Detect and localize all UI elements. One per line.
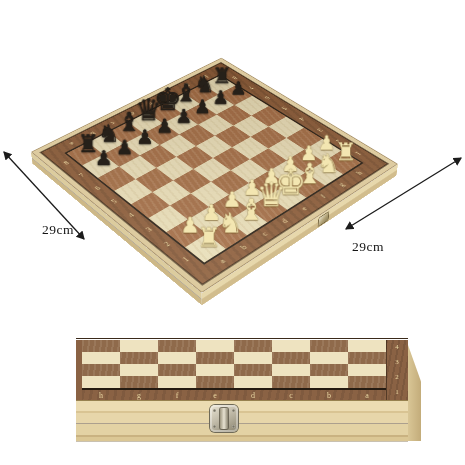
folded-rank-label-3: 3 bbox=[395, 359, 399, 366]
folded-box-front bbox=[76, 400, 408, 441]
dimension-label-right: 29cm bbox=[352, 239, 384, 255]
folded-square bbox=[272, 376, 310, 388]
folded-square bbox=[310, 364, 348, 376]
folded-square bbox=[120, 352, 158, 364]
folded-square bbox=[272, 352, 310, 364]
folded-board-squares bbox=[82, 340, 386, 388]
dimension-label-left: 29cm bbox=[42, 222, 74, 238]
folded-square bbox=[158, 352, 196, 364]
folded-square bbox=[82, 340, 120, 352]
folded-square bbox=[196, 340, 234, 352]
folded-square bbox=[348, 376, 386, 388]
folded-square bbox=[158, 364, 196, 376]
folded-square bbox=[310, 376, 348, 388]
folded-square bbox=[82, 364, 120, 376]
folded-square bbox=[158, 340, 196, 352]
folded-square bbox=[120, 364, 158, 376]
folded-square bbox=[196, 352, 234, 364]
folded-square bbox=[234, 376, 272, 388]
folded-rank-label-1: 1 bbox=[395, 389, 399, 396]
folded-square bbox=[348, 364, 386, 376]
folded-square bbox=[82, 376, 120, 388]
folded-square bbox=[272, 364, 310, 376]
folded-square bbox=[82, 352, 120, 364]
folded-square bbox=[196, 364, 234, 376]
folded-rank-label-2: 2 bbox=[395, 374, 399, 381]
folded-square bbox=[234, 364, 272, 376]
folded-square bbox=[234, 340, 272, 352]
folded-square bbox=[348, 340, 386, 352]
folded-box-top: 4321 hgfedcba bbox=[76, 338, 408, 400]
folded-chess-box: 4321 hgfedcba bbox=[76, 338, 408, 441]
latch-hook bbox=[220, 408, 228, 429]
folded-square bbox=[120, 340, 158, 352]
folded-square bbox=[158, 376, 196, 388]
folded-square bbox=[348, 352, 386, 364]
folded-rank-labels: 4321 bbox=[386, 340, 408, 400]
dimension-line-right bbox=[346, 158, 461, 229]
product-photo-canvas: ♜♞♝♛♚♝♞♜♟♟♟♟♟♟♟♟♟♟♟♟♟♟♟♟♜♞♝♛♚♝♞♜ abcdefg… bbox=[0, 0, 465, 465]
folded-square bbox=[234, 352, 272, 364]
folded-rank-label-4: 4 bbox=[395, 344, 399, 351]
folded-square bbox=[310, 352, 348, 364]
folded-square bbox=[120, 376, 158, 388]
metal-latch-icon bbox=[210, 405, 238, 432]
folded-square bbox=[272, 340, 310, 352]
folded-square bbox=[196, 376, 234, 388]
folded-square bbox=[310, 340, 348, 352]
